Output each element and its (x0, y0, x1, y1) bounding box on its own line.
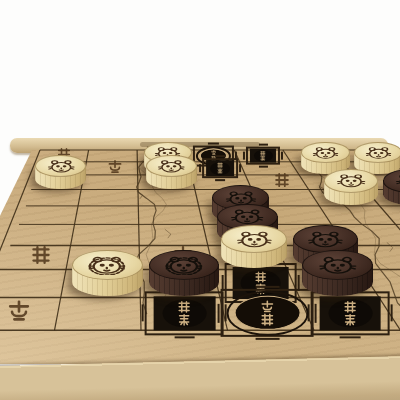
piece-cream-cat[interactable] (146, 155, 197, 189)
piece-dark-wolf[interactable] (383, 169, 400, 205)
piece-dark-tiger[interactable] (302, 250, 373, 297)
piece-cream-elephant[interactable] (35, 155, 86, 189)
piece-cream-tiger[interactable] (221, 225, 287, 268)
piece-cream-leopard[interactable] (324, 169, 378, 205)
piece-top (324, 169, 378, 193)
engraved-animal-icon (365, 146, 392, 160)
piece-top (302, 250, 373, 280)
engraved-animal-icon (164, 255, 204, 275)
engraved-animal-icon (47, 159, 76, 174)
photo-scene (0, 0, 400, 400)
piece-top (301, 142, 349, 163)
pieces-layer (0, 0, 400, 400)
engraved-animal-icon (318, 255, 358, 275)
engraved-animal-icon (230, 208, 264, 226)
engraved-animal-icon (307, 230, 344, 249)
piece-top (354, 142, 400, 163)
engraved-animal-icon (395, 173, 400, 189)
engraved-animal-icon (236, 230, 273, 249)
piece-top (149, 250, 220, 280)
piece-cream-lion[interactable] (72, 250, 143, 297)
engraved-animal-icon (87, 255, 127, 275)
engraved-animal-icon (336, 173, 366, 189)
piece-dark-lion[interactable] (149, 250, 220, 297)
piece-top (72, 250, 143, 280)
engraved-animal-icon (312, 146, 339, 160)
engraved-animal-icon (157, 159, 186, 174)
